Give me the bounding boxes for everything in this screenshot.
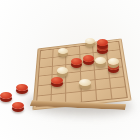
red-disc bbox=[0, 92, 12, 99]
red-disc bbox=[97, 39, 108, 46]
product-photo-scene bbox=[0, 0, 140, 140]
red-disc bbox=[51, 77, 63, 84]
red-disc bbox=[83, 55, 94, 62]
cream-disc bbox=[79, 79, 91, 86]
piece-layer bbox=[0, 0, 140, 140]
red-disc bbox=[71, 58, 82, 65]
red-disc bbox=[16, 84, 28, 91]
cream-disc bbox=[85, 38, 95, 44]
cream-disc bbox=[57, 67, 68, 74]
red-disc bbox=[12, 102, 24, 109]
cream-disc bbox=[58, 48, 68, 54]
cream-disc bbox=[95, 57, 106, 64]
cream-disc bbox=[108, 58, 119, 65]
